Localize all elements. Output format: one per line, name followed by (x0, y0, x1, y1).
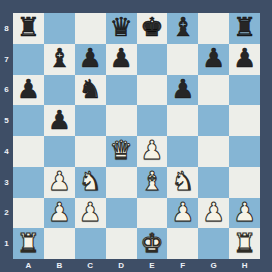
square-a6[interactable]: ♟ (13, 75, 44, 106)
piece-wn-f3: ♞ (171, 168, 194, 194)
square-c2[interactable]: ♟ (75, 198, 106, 229)
square-e6[interactable] (137, 75, 168, 106)
rank-label-5: 5 (0, 105, 13, 136)
piece-wp-b3: ♟ (48, 168, 71, 194)
file-label-e: E (137, 259, 168, 272)
square-h3[interactable] (229, 167, 260, 198)
piece-wp-g2: ♟ (202, 199, 225, 225)
square-h1[interactable]: ♜ (229, 228, 260, 259)
square-c4[interactable] (75, 136, 106, 167)
piece-bp-a6: ♟ (17, 76, 40, 102)
piece-bb-f8: ♝ (171, 14, 194, 40)
square-g3[interactable] (198, 167, 229, 198)
file-label-g: G (198, 259, 229, 272)
piece-bk-e8: ♚ (140, 14, 163, 40)
rank-label-8: 8 (0, 13, 13, 44)
square-c7[interactable]: ♟ (75, 44, 106, 75)
square-c6[interactable]: ♞ (75, 75, 106, 106)
square-g7[interactable]: ♟ (198, 44, 229, 75)
square-d4[interactable]: ♛ (106, 136, 137, 167)
square-h4[interactable] (229, 136, 260, 167)
square-c1[interactable] (75, 228, 106, 259)
piece-wp-c2: ♟ (79, 199, 102, 225)
square-e5[interactable] (137, 105, 168, 136)
chess-board: ♜♛♚♝♜♝♟♟♟♟♟♞♟♟♛♟♟♞♝♞♟♟♟♟♟♜♚♜ (13, 13, 260, 259)
square-e2[interactable] (137, 198, 168, 229)
square-g4[interactable] (198, 136, 229, 167)
square-a5[interactable] (13, 105, 44, 136)
square-b8[interactable] (44, 13, 75, 44)
rank-label-3: 3 (0, 167, 13, 198)
piece-wp-e4: ♟ (140, 137, 163, 163)
square-b4[interactable] (44, 136, 75, 167)
piece-wq-d4: ♛ (109, 137, 132, 163)
square-d7[interactable]: ♟ (106, 44, 137, 75)
square-e3[interactable]: ♝ (137, 167, 168, 198)
file-label-b: B (44, 259, 75, 272)
piece-br-h8: ♜ (233, 14, 256, 40)
file-label-h: H (229, 259, 260, 272)
square-g8[interactable] (198, 13, 229, 44)
square-f7[interactable] (167, 44, 198, 75)
square-f6[interactable]: ♟ (167, 75, 198, 106)
square-d8[interactable]: ♛ (106, 13, 137, 44)
square-h5[interactable] (229, 105, 260, 136)
square-e8[interactable]: ♚ (137, 13, 168, 44)
square-a4[interactable] (13, 136, 44, 167)
square-f4[interactable] (167, 136, 198, 167)
piece-wr-h1: ♜ (233, 230, 256, 256)
square-d3[interactable] (106, 167, 137, 198)
square-f5[interactable] (167, 105, 198, 136)
piece-bb-b7: ♝ (48, 45, 71, 71)
square-b1[interactable] (44, 228, 75, 259)
rank-label-4: 4 (0, 136, 13, 167)
piece-wp-f2: ♟ (171, 199, 194, 225)
square-d2[interactable] (106, 198, 137, 229)
piece-bp-c7: ♟ (79, 45, 102, 71)
square-d5[interactable] (106, 105, 137, 136)
piece-bp-b5: ♟ (48, 107, 71, 133)
square-h6[interactable] (229, 75, 260, 106)
square-d1[interactable] (106, 228, 137, 259)
piece-wp-h2: ♟ (233, 199, 256, 225)
square-g2[interactable]: ♟ (198, 198, 229, 229)
square-b7[interactable]: ♝ (44, 44, 75, 75)
square-h8[interactable]: ♜ (229, 13, 260, 44)
square-f2[interactable]: ♟ (167, 198, 198, 229)
rank-label-1: 1 (0, 228, 13, 259)
square-b2[interactable]: ♟ (44, 198, 75, 229)
square-b3[interactable]: ♟ (44, 167, 75, 198)
square-c5[interactable] (75, 105, 106, 136)
square-c3[interactable]: ♞ (75, 167, 106, 198)
file-label-d: D (106, 259, 137, 272)
square-e4[interactable]: ♟ (137, 136, 168, 167)
square-f3[interactable]: ♞ (167, 167, 198, 198)
piece-wr-a1: ♜ (17, 230, 40, 256)
square-b6[interactable] (44, 75, 75, 106)
square-f8[interactable]: ♝ (167, 13, 198, 44)
chess-board-frame: 87654321 ♜♛♚♝♜♝♟♟♟♟♟♞♟♟♛♟♟♞♝♞♟♟♟♟♟♜♚♜ AB… (0, 0, 272, 272)
rank-label-2: 2 (0, 198, 13, 229)
piece-wn-c3: ♞ (79, 168, 102, 194)
square-f1[interactable] (167, 228, 198, 259)
piece-wp-b2: ♟ (48, 199, 71, 225)
piece-bp-d7: ♟ (109, 45, 132, 71)
piece-bn-c6: ♞ (79, 76, 102, 102)
file-label-c: C (75, 259, 106, 272)
square-a3[interactable] (13, 167, 44, 198)
piece-bp-f6: ♟ (171, 76, 194, 102)
square-h7[interactable]: ♟ (229, 44, 260, 75)
square-b5[interactable]: ♟ (44, 105, 75, 136)
piece-br-a8: ♜ (17, 14, 40, 40)
piece-bp-h7: ♟ (233, 45, 256, 71)
file-label-a: A (13, 259, 44, 272)
square-d6[interactable] (106, 75, 137, 106)
rank-labels: 87654321 (0, 13, 13, 259)
file-labels: ABCDEFGH (13, 259, 260, 272)
piece-wb-e3: ♝ (140, 168, 163, 194)
piece-bp-g7: ♟ (202, 45, 225, 71)
rank-label-7: 7 (0, 44, 13, 75)
square-a1[interactable]: ♜ (13, 228, 44, 259)
square-c8[interactable] (75, 13, 106, 44)
square-e1[interactable]: ♚ (137, 228, 168, 259)
square-a2[interactable] (13, 198, 44, 229)
file-label-f: F (167, 259, 198, 272)
square-g1[interactable] (198, 228, 229, 259)
square-a8[interactable]: ♜ (13, 13, 44, 44)
square-h2[interactable]: ♟ (229, 198, 260, 229)
piece-bq-d8: ♛ (109, 14, 132, 40)
square-e7[interactable] (137, 44, 168, 75)
piece-wk-e1: ♚ (140, 230, 163, 256)
square-g6[interactable] (198, 75, 229, 106)
rank-label-6: 6 (0, 75, 13, 106)
square-a7[interactable] (13, 44, 44, 75)
square-g5[interactable] (198, 105, 229, 136)
